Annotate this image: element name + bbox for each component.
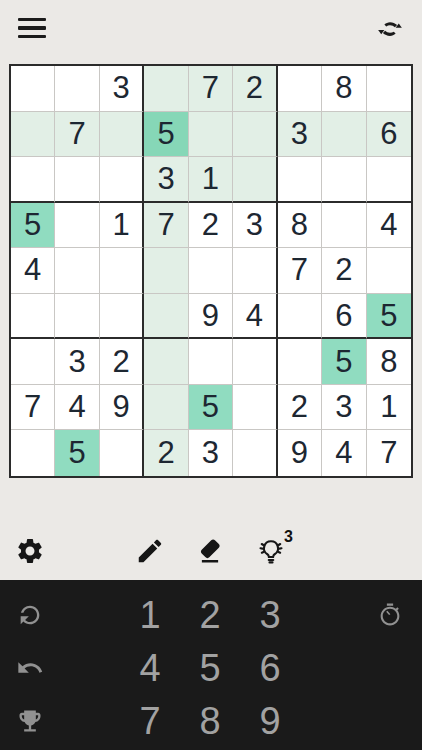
cell-r5c7[interactable]: 7 [278, 248, 322, 294]
cell-r2c4[interactable]: 5 [144, 112, 188, 158]
timer-icon[interactable] [378, 603, 403, 628]
cell-r3c8[interactable] [322, 157, 366, 203]
cell-r6c5[interactable]: 9 [189, 294, 233, 340]
cell-r5c1[interactable]: 4 [11, 248, 55, 294]
cell-r4c4[interactable]: 7 [144, 203, 188, 249]
top-bar [0, 0, 422, 56]
trophy-icon[interactable] [16, 707, 44, 735]
cell-r7c1[interactable] [11, 339, 55, 385]
cell-r6c4[interactable] [144, 294, 188, 340]
numpad-9[interactable]: 9 [259, 702, 280, 740]
cell-r9c9[interactable]: 7 [367, 430, 411, 476]
cell-r7c8[interactable]: 5 [322, 339, 366, 385]
cell-r2c7[interactable]: 3 [278, 112, 322, 158]
numpad-3[interactable]: 3 [259, 596, 280, 634]
cell-r8c7[interactable]: 2 [278, 385, 322, 431]
cell-r4c9[interactable]: 4 [367, 203, 411, 249]
cell-r6c3[interactable] [100, 294, 144, 340]
cell-r2c2[interactable]: 7 [55, 112, 99, 158]
numpad-8[interactable]: 8 [199, 702, 220, 740]
numpad-panel: 1 2 3 4 5 6 7 8 9 [0, 580, 422, 750]
numpad-4[interactable]: 4 [139, 649, 160, 687]
sudoku-board: 3728753631517238447294653258749523152394… [9, 64, 413, 478]
numpad-7[interactable]: 7 [139, 702, 160, 740]
cell-r7c4[interactable] [144, 339, 188, 385]
cell-r7c2[interactable]: 3 [55, 339, 99, 385]
cell-r7c9[interactable]: 8 [367, 339, 411, 385]
cell-r9c6[interactable] [233, 430, 277, 476]
cell-r2c8[interactable] [322, 112, 366, 158]
cell-r3c2[interactable] [55, 157, 99, 203]
cell-r3c3[interactable] [100, 157, 144, 203]
cell-r2c5[interactable] [189, 112, 233, 158]
cell-r8c2[interactable]: 4 [55, 385, 99, 431]
numpad-6[interactable]: 6 [259, 649, 280, 687]
cell-r4c1[interactable]: 5 [11, 203, 55, 249]
cell-r1c3[interactable]: 3 [100, 66, 144, 112]
cell-r1c1[interactable] [11, 66, 55, 112]
sync-icon[interactable] [375, 14, 405, 44]
cell-r3c5[interactable]: 1 [189, 157, 233, 203]
cell-r1c5[interactable]: 7 [189, 66, 233, 112]
cell-r9c7[interactable]: 9 [278, 430, 322, 476]
cell-r5c2[interactable] [55, 248, 99, 294]
cell-r4c3[interactable]: 1 [100, 203, 144, 249]
cell-r8c5[interactable]: 5 [189, 385, 233, 431]
cell-r9c8[interactable]: 4 [322, 430, 366, 476]
cell-r8c8[interactable]: 3 [322, 385, 366, 431]
cell-r5c3[interactable] [100, 248, 144, 294]
cell-r3c1[interactable] [11, 157, 55, 203]
cell-r2c6[interactable] [233, 112, 277, 158]
cell-r4c6[interactable]: 3 [233, 203, 277, 249]
cell-r1c6[interactable]: 2 [233, 66, 277, 112]
cell-r5c4[interactable] [144, 248, 188, 294]
cell-r2c9[interactable]: 6 [367, 112, 411, 158]
cell-r5c8[interactable]: 2 [322, 248, 366, 294]
tool-row: 3 [0, 480, 422, 580]
cell-r1c4[interactable] [144, 66, 188, 112]
cell-r9c5[interactable]: 3 [189, 430, 233, 476]
pencil-icon[interactable] [135, 536, 165, 566]
eraser-icon[interactable] [195, 536, 225, 566]
cell-r6c1[interactable] [11, 294, 55, 340]
cell-r4c2[interactable] [55, 203, 99, 249]
cell-r8c4[interactable] [144, 385, 188, 431]
cell-r8c1[interactable]: 7 [11, 385, 55, 431]
restart-icon[interactable] [16, 601, 44, 629]
hint-bulb-icon[interactable]: 3 [256, 536, 286, 566]
cell-r6c9[interactable]: 5 [367, 294, 411, 340]
cell-r8c6[interactable] [233, 385, 277, 431]
cell-r3c4[interactable]: 3 [144, 157, 188, 203]
cell-r5c6[interactable] [233, 248, 277, 294]
menu-icon[interactable] [18, 18, 46, 38]
cell-r1c9[interactable] [367, 66, 411, 112]
cell-r3c7[interactable] [278, 157, 322, 203]
cell-r8c3[interactable]: 9 [100, 385, 144, 431]
cell-r7c6[interactable] [233, 339, 277, 385]
cell-r5c9[interactable] [367, 248, 411, 294]
cell-r6c6[interactable]: 4 [233, 294, 277, 340]
cell-r1c2[interactable] [55, 66, 99, 112]
cell-r4c8[interactable] [322, 203, 366, 249]
cell-r2c1[interactable] [11, 112, 55, 158]
cell-r1c7[interactable] [278, 66, 322, 112]
numpad-1[interactable]: 1 [139, 596, 160, 634]
settings-icon[interactable] [15, 536, 45, 566]
cell-r4c7[interactable]: 8 [278, 203, 322, 249]
cell-r7c3[interactable]: 2 [100, 339, 144, 385]
cell-r6c2[interactable] [55, 294, 99, 340]
cell-r1c8[interactable]: 8 [322, 66, 366, 112]
cell-r3c9[interactable] [367, 157, 411, 203]
cell-r7c5[interactable] [189, 339, 233, 385]
cell-r6c7[interactable] [278, 294, 322, 340]
numpad-5[interactable]: 5 [199, 649, 220, 687]
cell-r9c1[interactable] [11, 430, 55, 476]
cell-r4c5[interactable]: 2 [189, 203, 233, 249]
undo-icon[interactable] [16, 654, 44, 682]
cell-r9c3[interactable] [100, 430, 144, 476]
cell-r8c9[interactable]: 1 [367, 385, 411, 431]
numpad-2[interactable]: 2 [199, 596, 220, 634]
cell-r5c5[interactable] [189, 248, 233, 294]
cell-r2c3[interactable] [100, 112, 144, 158]
hint-count-badge: 3 [284, 528, 293, 546]
cell-r9c4[interactable]: 2 [144, 430, 188, 476]
cell-r3c6[interactable] [233, 157, 277, 203]
cell-r6c8[interactable]: 6 [322, 294, 366, 340]
cell-r7c7[interactable] [278, 339, 322, 385]
cell-r9c2[interactable]: 5 [55, 430, 99, 476]
